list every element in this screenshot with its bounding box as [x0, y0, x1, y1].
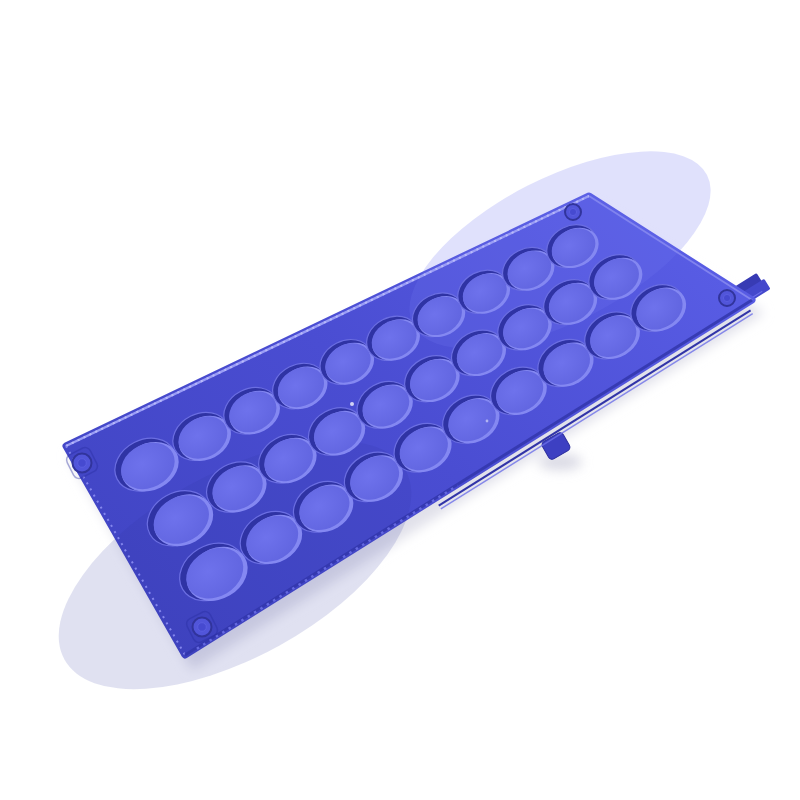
corner-stud: [719, 290, 735, 306]
corner-stud: [565, 204, 581, 220]
speck: [350, 402, 354, 406]
folding-board-photo: [0, 0, 800, 800]
speck: [486, 420, 489, 423]
product-photo: Blue plastic flip-fold clothes folding b…: [0, 0, 800, 800]
